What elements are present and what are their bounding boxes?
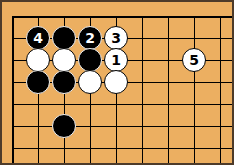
stone-white-move-5: 5 <box>182 48 206 72</box>
move-number-label: 4 <box>33 31 43 45</box>
go-board-diagram: 42315 <box>0 0 234 165</box>
stone-black <box>26 70 50 94</box>
stone-white <box>26 48 50 72</box>
board-top-edge-line <box>12 16 232 18</box>
move-number-label: 2 <box>85 31 95 45</box>
stone-black <box>78 48 102 72</box>
move-number-label: 3 <box>111 31 121 45</box>
grid-line-vertical <box>220 16 221 163</box>
move-number-label: 1 <box>111 53 121 67</box>
stone-black-move-2: 2 <box>78 26 102 50</box>
stone-white <box>104 70 128 94</box>
grid-line-vertical <box>194 16 195 163</box>
stone-white-move-1: 1 <box>104 48 128 72</box>
grid-line-horizontal <box>12 104 232 105</box>
grid-line-vertical <box>168 16 169 163</box>
grid-line-horizontal <box>12 126 232 127</box>
stone-white <box>52 48 76 72</box>
stone-white-move-3: 3 <box>104 26 128 50</box>
board-left-edge-line <box>12 16 14 163</box>
stone-black-move-4: 4 <box>26 26 50 50</box>
stone-black <box>52 26 76 50</box>
move-number-label: 5 <box>189 53 199 67</box>
stone-white <box>78 70 102 94</box>
grid-line-vertical <box>142 16 143 163</box>
stone-black <box>52 70 76 94</box>
grid-line-horizontal <box>12 148 232 149</box>
stone-black <box>52 114 76 138</box>
